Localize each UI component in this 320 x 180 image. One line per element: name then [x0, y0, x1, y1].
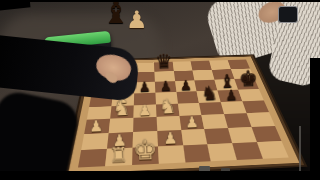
- square-c4: ♟: [133, 104, 156, 118]
- square-d4: ♞: [156, 104, 179, 118]
- wristwatch: [278, 6, 298, 23]
- background-edge-line: [299, 126, 301, 174]
- black-pawn: ♟: [218, 87, 244, 102]
- square-h1: [257, 141, 289, 159]
- square-h3: [247, 113, 275, 128]
- letterbox-right: [310, 58, 320, 180]
- white-pawn: ♟: [178, 114, 207, 130]
- square-e6: ♟: [175, 80, 197, 91]
- letterbox-top: [0, 0, 320, 2]
- black-pawn: ♟: [174, 78, 199, 92]
- square-d2: ♟: [157, 130, 183, 146]
- square-e3: ♟: [179, 115, 205, 130]
- square-g5: ♟: [218, 89, 243, 101]
- square-g2: [228, 127, 257, 143]
- square-e1: [183, 144, 211, 162]
- white-king: ♚: [128, 137, 161, 165]
- letterbox-bottom: [0, 171, 320, 180]
- black-king: ♚: [236, 68, 261, 90]
- square-f1: [208, 143, 237, 161]
- square-c3: [133, 117, 157, 132]
- square-d8: ♛: [154, 62, 174, 72]
- square-c6: ♟: [134, 82, 155, 94]
- square-h2: [252, 126, 282, 142]
- captured-white-pawn: ♟: [126, 8, 148, 32]
- square-f5: ♞: [197, 90, 221, 102]
- black-queen: ♛: [151, 52, 175, 72]
- square-c1: ♚: [132, 147, 159, 165]
- square-h4: [242, 100, 269, 113]
- square-d1: [158, 146, 185, 164]
- broadcast-photo: ♝ ♟ ♛♛♟♟♟♝♚♝♞♟♞♟♞♟♟♟♟♜♚: [0, 0, 320, 180]
